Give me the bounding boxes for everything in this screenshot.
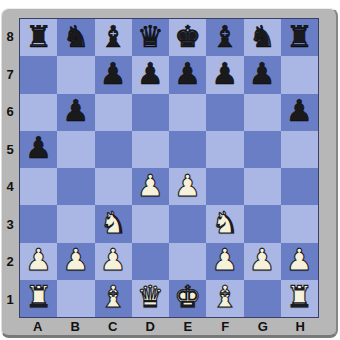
square-f1[interactable]: ♝	[206, 280, 243, 317]
square-a5[interactable]: ♟	[20, 131, 57, 168]
rank-labels: 87654321	[2, 18, 18, 318]
piece-white-queen[interactable]: ♛	[137, 282, 164, 312]
piece-white-rook[interactable]: ♜	[286, 282, 313, 312]
square-a7[interactable]	[20, 56, 57, 93]
square-c8[interactable]: ♝	[95, 19, 132, 56]
piece-black-rook[interactable]: ♜	[286, 22, 313, 52]
file-label-h: H	[282, 318, 320, 335]
chess-diagram: { "game": "chess", "position": "rnbqkbnr…	[0, 0, 340, 340]
piece-white-bishop[interactable]: ♝	[211, 282, 238, 312]
square-d1[interactable]: ♛	[132, 280, 169, 317]
rank-label-4: 4	[2, 168, 18, 206]
square-c2[interactable]: ♟	[95, 243, 132, 280]
square-h7[interactable]	[281, 56, 318, 93]
square-a8[interactable]: ♜	[20, 19, 57, 56]
square-b3[interactable]	[57, 205, 94, 242]
square-h4[interactable]	[281, 168, 318, 205]
square-a4[interactable]	[20, 168, 57, 205]
square-f4[interactable]	[206, 168, 243, 205]
square-b7[interactable]	[57, 56, 94, 93]
piece-black-pawn[interactable]: ♟	[100, 59, 127, 89]
square-e3[interactable]	[169, 205, 206, 242]
piece-white-knight[interactable]: ♞	[100, 208, 127, 238]
square-c3[interactable]: ♞	[95, 205, 132, 242]
file-label-f: F	[207, 318, 245, 335]
square-f6[interactable]	[206, 94, 243, 131]
square-b4[interactable]	[57, 168, 94, 205]
piece-black-knight[interactable]: ♞	[249, 22, 276, 52]
square-e5[interactable]	[169, 131, 206, 168]
square-b2[interactable]: ♟	[57, 243, 94, 280]
square-e4[interactable]: ♟	[169, 168, 206, 205]
square-b1[interactable]	[57, 280, 94, 317]
square-a1[interactable]: ♜	[20, 280, 57, 317]
square-f3[interactable]: ♞	[206, 205, 243, 242]
square-d4[interactable]: ♟	[132, 168, 169, 205]
piece-black-rook[interactable]: ♜	[25, 22, 52, 52]
piece-white-pawn[interactable]: ♟	[137, 171, 164, 201]
square-a6[interactable]	[20, 94, 57, 131]
square-h2[interactable]: ♟	[281, 243, 318, 280]
square-d8[interactable]: ♛	[132, 19, 169, 56]
square-b5[interactable]	[57, 131, 94, 168]
rank-label-1: 1	[2, 281, 18, 319]
rank-label-5: 5	[2, 131, 18, 169]
square-a2[interactable]: ♟	[20, 243, 57, 280]
rank-label-3: 3	[2, 206, 18, 244]
square-e1[interactable]: ♚	[169, 280, 206, 317]
square-d6[interactable]	[132, 94, 169, 131]
square-e7[interactable]: ♟	[169, 56, 206, 93]
square-e6[interactable]	[169, 94, 206, 131]
square-b6[interactable]: ♟	[57, 94, 94, 131]
square-d7[interactable]: ♟	[132, 56, 169, 93]
square-g4[interactable]	[244, 168, 281, 205]
square-d2[interactable]	[132, 243, 169, 280]
square-g5[interactable]	[244, 131, 281, 168]
piece-white-pawn[interactable]: ♟	[174, 171, 201, 201]
square-c6[interactable]	[95, 94, 132, 131]
piece-black-pawn[interactable]: ♟	[174, 59, 201, 89]
square-h1[interactable]: ♜	[281, 280, 318, 317]
square-h6[interactable]: ♟	[281, 94, 318, 131]
file-label-a: A	[19, 318, 57, 335]
square-g3[interactable]	[244, 205, 281, 242]
square-f8[interactable]: ♝	[206, 19, 243, 56]
piece-white-pawn[interactable]: ♟	[62, 245, 89, 275]
square-e8[interactable]: ♚	[169, 19, 206, 56]
square-c7[interactable]: ♟	[95, 56, 132, 93]
piece-white-pawn[interactable]: ♟	[100, 245, 127, 275]
piece-black-pawn[interactable]: ♟	[25, 133, 52, 163]
piece-black-bishop[interactable]: ♝	[211, 22, 238, 52]
piece-white-pawn[interactable]: ♟	[211, 245, 238, 275]
square-d3[interactable]	[132, 205, 169, 242]
piece-black-knight[interactable]: ♞	[62, 22, 89, 52]
piece-black-pawn[interactable]: ♟	[211, 59, 238, 89]
square-d5[interactable]	[132, 131, 169, 168]
square-g6[interactable]	[244, 94, 281, 131]
file-label-g: G	[244, 318, 282, 335]
piece-black-bishop[interactable]: ♝	[100, 22, 127, 52]
square-g8[interactable]: ♞	[244, 19, 281, 56]
square-h8[interactable]: ♜	[281, 19, 318, 56]
square-f2[interactable]: ♟	[206, 243, 243, 280]
square-f7[interactable]: ♟	[206, 56, 243, 93]
file-label-d: D	[132, 318, 170, 335]
square-c1[interactable]: ♝	[95, 280, 132, 317]
rank-label-7: 7	[2, 56, 18, 94]
square-a3[interactable]	[20, 205, 57, 242]
piece-black-pawn[interactable]: ♟	[62, 96, 89, 126]
piece-white-pawn[interactable]: ♟	[249, 245, 276, 275]
square-h5[interactable]	[281, 131, 318, 168]
square-f5[interactable]	[206, 131, 243, 168]
square-g2[interactable]: ♟	[244, 243, 281, 280]
file-label-e: E	[169, 318, 207, 335]
square-b8[interactable]: ♞	[57, 19, 94, 56]
chess-board: ♜♞♝♛♚♝♞♜♟♟♟♟♟♟♟♟♟♟♞♞♟♟♟♟♟♟♜♝♛♚♝♜	[19, 18, 319, 318]
piece-black-queen[interactable]: ♛	[137, 22, 164, 52]
file-label-c: C	[94, 318, 132, 335]
piece-black-king[interactable]: ♚	[174, 22, 201, 52]
piece-black-pawn[interactable]: ♟	[249, 59, 276, 89]
square-e2[interactable]	[169, 243, 206, 280]
piece-white-king[interactable]: ♚	[174, 282, 201, 312]
piece-white-bishop[interactable]: ♝	[100, 282, 127, 312]
piece-white-pawn[interactable]: ♟	[25, 245, 52, 275]
square-c4[interactable]	[95, 168, 132, 205]
square-g7[interactable]: ♟	[244, 56, 281, 93]
rank-label-2: 2	[2, 243, 18, 281]
piece-black-pawn[interactable]: ♟	[137, 59, 164, 89]
file-labels: ABCDEFGH	[19, 318, 319, 335]
square-g1[interactable]	[244, 280, 281, 317]
rank-label-6: 6	[2, 93, 18, 131]
piece-white-rook[interactable]: ♜	[25, 282, 52, 312]
file-label-b: B	[57, 318, 95, 335]
piece-white-knight[interactable]: ♞	[211, 208, 238, 238]
square-h3[interactable]	[281, 205, 318, 242]
piece-white-pawn[interactable]: ♟	[286, 245, 313, 275]
rank-label-8: 8	[2, 18, 18, 56]
square-c5[interactable]	[95, 131, 132, 168]
piece-black-pawn[interactable]: ♟	[286, 96, 313, 126]
